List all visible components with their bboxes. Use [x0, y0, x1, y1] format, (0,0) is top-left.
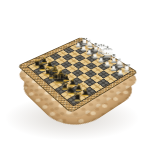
piece-silver-pawn[interactable]: ♟	[107, 68, 133, 77]
chess-set-photo: ♜♟♟♜♞♟♟♞♝♟♟♝♛♟♟♛♚♟♟♚♝♟♟♝♞♟♟♞♜♟♟♜	[0, 0, 150, 150]
square-h2[interactable]: ♟	[110, 71, 123, 79]
piece-gold-rook[interactable]: ♜	[63, 91, 92, 103]
square-h8[interactable]: ♜	[67, 95, 81, 105]
